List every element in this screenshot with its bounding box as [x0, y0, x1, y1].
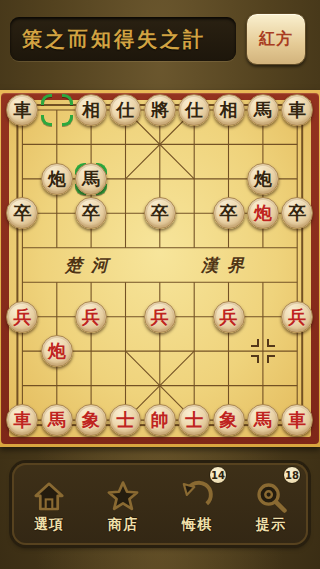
xiangqi-piece-black[interactable]: 炮: [41, 163, 73, 195]
xiangqi-piece-black[interactable]: 卒: [144, 197, 176, 229]
red-side-button-label: 紅方: [259, 29, 293, 50]
piece-glyph: 車: [13, 404, 31, 436]
piece-glyph: 卒: [82, 197, 100, 229]
piece-glyph: 車: [13, 94, 31, 126]
xiangqi-piece-black[interactable]: 卒: [75, 197, 107, 229]
xiangqi-piece-black[interactable]: 相: [213, 94, 245, 126]
xiangqi-piece-black[interactable]: 相: [75, 94, 107, 126]
xiangqi-piece-red[interactable]: 車: [6, 404, 38, 436]
piece-glyph: 車: [288, 94, 306, 126]
piece-glyph: 炮: [48, 163, 66, 195]
hint-button[interactable]: 18 提示: [234, 463, 308, 545]
undo-arrow-icon: [179, 479, 215, 515]
xiangqi-piece-black[interactable]: 卒: [6, 197, 38, 229]
piece-glyph: 兵: [82, 301, 100, 333]
title-plaque: 策之而知得失之計: [10, 17, 236, 61]
xiangqi-piece-red[interactable]: 炮: [41, 335, 73, 367]
pieces-layer: 車相仕將仕相馬車炮馬炮卒卒卒卒炮卒兵兵兵兵兵炮車馬象士帥士象馬車: [0, 90, 320, 447]
piece-glyph: 仕: [116, 94, 134, 126]
xiangqi-piece-red[interactable]: 兵: [6, 301, 38, 333]
piece-glyph: 馬: [82, 163, 100, 195]
hint-count-badge: 18: [283, 466, 301, 484]
xiangqi-piece-red[interactable]: 士: [109, 404, 141, 436]
xiangqi-piece-black[interactable]: 馬: [247, 94, 279, 126]
piece-glyph: 卒: [13, 197, 31, 229]
xiangqi-piece-red[interactable]: 兵: [144, 301, 176, 333]
piece-glyph: 卒: [220, 197, 238, 229]
star-icon: [105, 479, 141, 515]
piece-glyph: 車: [288, 404, 306, 436]
piece-glyph: 馬: [48, 404, 66, 436]
xiangqi-piece-red[interactable]: 兵: [213, 301, 245, 333]
last-move-from-marker: [41, 94, 73, 126]
undo-count-badge: 14: [209, 466, 227, 484]
options-button[interactable]: 選項: [12, 463, 86, 545]
xiangqi-piece-black[interactable]: 仕: [109, 94, 141, 126]
xiangqi-board[interactable]: 楚河 漢界 車相仕將仕相馬車炮馬炮卒卒卒卒炮卒兵兵兵兵兵炮車馬象士帥士象馬車: [0, 90, 320, 447]
piece-glyph: 相: [220, 94, 238, 126]
xiangqi-piece-black[interactable]: 車: [281, 94, 313, 126]
piece-glyph: 兵: [288, 301, 306, 333]
xiangqi-piece-red[interactable]: 車: [281, 404, 313, 436]
piece-glyph: 兵: [151, 301, 169, 333]
piece-glyph: 馬: [254, 94, 272, 126]
xiangqi-piece-black[interactable]: 車: [6, 94, 38, 126]
piece-glyph: 兵: [13, 301, 31, 333]
xiangqi-piece-red[interactable]: 炮: [247, 197, 279, 229]
piece-glyph: 仕: [185, 94, 203, 126]
piece-glyph: 相: [82, 94, 100, 126]
xiangqi-piece-red[interactable]: 象: [75, 404, 107, 436]
xiangqi-piece-black[interactable]: 卒: [281, 197, 313, 229]
xiangqi-piece-black[interactable]: 仕: [178, 94, 210, 126]
xiangqi-piece-red[interactable]: 馬: [247, 404, 279, 436]
piece-glyph: 炮: [48, 335, 66, 367]
xiangqi-piece-red[interactable]: 兵: [281, 301, 313, 333]
xiangqi-piece-red[interactable]: 士: [178, 404, 210, 436]
options-label: 選項: [34, 516, 64, 534]
piece-glyph: 炮: [254, 163, 272, 195]
page-title: 策之而知得失之計: [22, 26, 206, 53]
xiangqi-piece-black[interactable]: 馬: [75, 163, 107, 195]
xiangqi-piece-black[interactable]: 將: [144, 94, 176, 126]
bottom-toolbar: 選項 商店 14 悔棋 18 提示: [12, 463, 308, 545]
piece-glyph: 兵: [220, 301, 238, 333]
xiangqi-piece-red[interactable]: 馬: [41, 404, 73, 436]
piece-glyph: 炮: [254, 197, 272, 229]
xiangqi-piece-red[interactable]: 兵: [75, 301, 107, 333]
piece-glyph: 士: [185, 404, 203, 436]
point-marker: [251, 339, 275, 363]
shop-label: 商店: [108, 516, 138, 534]
piece-glyph: 卒: [151, 197, 169, 229]
undo-button[interactable]: 14 悔棋: [160, 463, 234, 545]
shop-button[interactable]: 商店: [86, 463, 160, 545]
xiangqi-piece-black[interactable]: 炮: [247, 163, 279, 195]
piece-glyph: 象: [220, 404, 238, 436]
red-side-button[interactable]: 紅方: [246, 13, 306, 65]
home-icon: [31, 479, 67, 515]
hint-label: 提示: [256, 516, 286, 534]
xiangqi-piece-black[interactable]: 卒: [213, 197, 245, 229]
xiangqi-piece-red[interactable]: 帥: [144, 404, 176, 436]
piece-glyph: 卒: [288, 197, 306, 229]
undo-label: 悔棋: [182, 516, 212, 534]
piece-glyph: 帥: [151, 404, 169, 436]
piece-glyph: 將: [151, 94, 169, 126]
piece-glyph: 象: [82, 404, 100, 436]
piece-glyph: 士: [116, 404, 134, 436]
xiangqi-piece-red[interactable]: 象: [213, 404, 245, 436]
magnifier-icon: [253, 479, 289, 515]
piece-glyph: 馬: [254, 404, 272, 436]
